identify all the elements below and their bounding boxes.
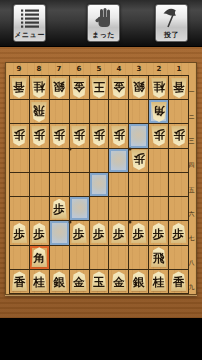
board-cell[interactable]: 香 bbox=[10, 76, 30, 100]
board-cell[interactable]: 玉 bbox=[90, 270, 110, 294]
piece-rook-sente[interactable]: 飛 bbox=[151, 247, 167, 267]
file-label: 5 bbox=[89, 63, 109, 75]
board-cell[interactable] bbox=[149, 173, 169, 197]
board-cell[interactable] bbox=[50, 149, 70, 173]
piece-pawn-gote[interactable]: 歩 bbox=[151, 126, 167, 146]
board-cell[interactable]: 歩 bbox=[30, 124, 50, 148]
rank-label: 二 bbox=[187, 99, 196, 123]
board-cell[interactable]: 歩 bbox=[90, 124, 110, 148]
board-cell[interactable]: 角 bbox=[149, 100, 169, 124]
board-cell[interactable] bbox=[90, 173, 110, 197]
board-cell[interactable]: 桂 bbox=[149, 76, 169, 100]
undo-matta-button-label: まった bbox=[92, 31, 115, 39]
board-cell[interactable]: 飛 bbox=[149, 246, 169, 270]
undo-matta-button[interactable]: まった bbox=[87, 4, 120, 42]
piece-pawn-sente[interactable]: 歩 bbox=[31, 223, 47, 243]
rank-labels: 一二三四五六七八九 bbox=[187, 75, 196, 294]
board-cell[interactable]: 歩 bbox=[10, 124, 30, 148]
rank-label: 八 bbox=[187, 245, 196, 269]
piece-pawn-gote[interactable]: 歩 bbox=[171, 126, 187, 146]
piece-gold-sente[interactable]: 金 bbox=[111, 271, 127, 291]
menu-button[interactable]: メニュー bbox=[13, 4, 46, 42]
piece-pawn-gote[interactable]: 歩 bbox=[131, 150, 147, 170]
board-cell[interactable] bbox=[90, 100, 110, 124]
file-label: 7 bbox=[49, 63, 69, 75]
board-cell[interactable]: 銀 bbox=[129, 270, 149, 294]
board-cell[interactable] bbox=[129, 197, 149, 221]
board-cell[interactable]: 歩 bbox=[70, 124, 90, 148]
board-cell[interactable] bbox=[149, 197, 169, 221]
board-cell[interactable] bbox=[10, 197, 30, 221]
board-cell[interactable]: 歩 bbox=[149, 124, 169, 148]
resign-toryo-button-label: 投了 bbox=[164, 31, 179, 39]
file-label: 9 bbox=[9, 63, 29, 75]
board-cell[interactable] bbox=[10, 173, 30, 197]
shogi-board: 987654321 香桂銀金王金銀桂香飛角歩歩歩歩歩歩歩歩歩歩歩歩歩歩歩歩歩歩角… bbox=[5, 62, 197, 295]
rank-label: 五 bbox=[187, 172, 196, 196]
board-cell[interactable]: 歩 bbox=[70, 221, 90, 245]
board-cell[interactable]: 香 bbox=[10, 270, 30, 294]
board-cell[interactable] bbox=[10, 100, 30, 124]
table-background: 987654321 香桂銀金王金銀桂香飛角歩歩歩歩歩歩歩歩歩歩歩歩歩歩歩歩歩歩角… bbox=[0, 47, 202, 318]
board-cell[interactable] bbox=[50, 100, 70, 124]
piece-pawn-sente[interactable]: 歩 bbox=[11, 223, 27, 243]
board-grid: 香桂銀金王金銀桂香飛角歩歩歩歩歩歩歩歩歩歩歩歩歩歩歩歩歩歩角飛香桂銀金玉金銀桂香 bbox=[9, 75, 189, 294]
file-label: 6 bbox=[69, 63, 89, 75]
board-cell[interactable] bbox=[129, 246, 149, 270]
board-cell[interactable] bbox=[90, 149, 110, 173]
hand-icon bbox=[92, 6, 116, 30]
app-screen: メニュー まった 投了 bbox=[0, 0, 202, 360]
piece-silver-sente[interactable]: 銀 bbox=[131, 271, 147, 291]
board-cell[interactable] bbox=[149, 149, 169, 173]
piece-lance-sente[interactable]: 香 bbox=[171, 271, 187, 291]
piece-rook-gote[interactable]: 飛 bbox=[31, 102, 47, 122]
piece-lance-sente[interactable]: 香 bbox=[11, 271, 27, 291]
file-label: 1 bbox=[169, 63, 189, 75]
board-cell[interactable]: 角 bbox=[30, 246, 50, 270]
piece-pawn-sente[interactable]: 歩 bbox=[171, 223, 187, 243]
piece-lance-gote[interactable]: 香 bbox=[171, 78, 187, 98]
board-cell[interactable]: 歩 bbox=[109, 221, 129, 245]
board-cell[interactable] bbox=[50, 221, 70, 245]
piece-knight-sente[interactable]: 桂 bbox=[31, 271, 47, 291]
piece-pawn-gote[interactable]: 歩 bbox=[71, 126, 87, 146]
flag-icon bbox=[160, 6, 184, 30]
board-cell[interactable]: 歩 bbox=[129, 149, 149, 173]
board-cell[interactable] bbox=[109, 197, 129, 221]
board-cell[interactable]: 桂 bbox=[149, 270, 169, 294]
piece-silver-gote[interactable]: 銀 bbox=[51, 78, 67, 98]
board-cell[interactable]: 歩 bbox=[50, 197, 70, 221]
piece-pawn-sente[interactable]: 歩 bbox=[151, 223, 167, 243]
board-cell[interactable] bbox=[30, 197, 50, 221]
piece-knight-gote[interactable]: 桂 bbox=[151, 78, 167, 98]
board-cell[interactable] bbox=[10, 149, 30, 173]
rank-label: 四 bbox=[187, 148, 196, 172]
board-cell[interactable]: 金 bbox=[70, 270, 90, 294]
piece-knight-sente[interactable]: 桂 bbox=[151, 271, 167, 291]
board-cell[interactable] bbox=[50, 246, 70, 270]
board-cell[interactable] bbox=[109, 173, 129, 197]
piece-silver-sente[interactable]: 銀 bbox=[51, 271, 67, 291]
file-label: 3 bbox=[129, 63, 149, 75]
board-cell[interactable]: 歩 bbox=[109, 124, 129, 148]
board-cell[interactable] bbox=[30, 173, 50, 197]
piece-pawn-gote[interactable]: 歩 bbox=[31, 126, 47, 146]
file-label: 8 bbox=[29, 63, 49, 75]
file-label: 4 bbox=[109, 63, 129, 75]
rank-label: 九 bbox=[187, 270, 196, 294]
piece-silver-gote[interactable]: 銀 bbox=[131, 78, 147, 98]
board-cell[interactable]: 桂 bbox=[30, 76, 50, 100]
piece-bishop-sente[interactable]: 角 bbox=[31, 247, 47, 267]
board-cell[interactable]: 桂 bbox=[30, 270, 50, 294]
board-cell[interactable] bbox=[50, 173, 70, 197]
piece-lance-gote[interactable]: 香 bbox=[11, 78, 27, 98]
board-cell[interactable]: 歩 bbox=[90, 221, 110, 245]
file-labels: 987654321 bbox=[9, 63, 189, 75]
board-cell[interactable] bbox=[70, 197, 90, 221]
piece-gold-gote[interactable]: 金 bbox=[71, 78, 87, 98]
board-cell[interactable]: 歩 bbox=[50, 124, 70, 148]
board-cell[interactable] bbox=[70, 100, 90, 124]
board-cell[interactable]: 銀 bbox=[129, 76, 149, 100]
board-cell[interactable] bbox=[10, 246, 30, 270]
toolbar: メニュー まった 投了 bbox=[0, 0, 202, 47]
board-cell[interactable] bbox=[30, 149, 50, 173]
board-cell[interactable] bbox=[109, 246, 129, 270]
piece-king-gote[interactable]: 王 bbox=[91, 78, 107, 98]
bottom-black-area bbox=[0, 318, 202, 360]
board-cell[interactable] bbox=[70, 173, 90, 197]
piece-pawn-gote[interactable]: 歩 bbox=[51, 126, 67, 146]
piece-pawn-sente[interactable]: 歩 bbox=[111, 223, 127, 243]
piece-gold-gote[interactable]: 金 bbox=[111, 78, 127, 98]
board-cell[interactable] bbox=[70, 149, 90, 173]
board-cell[interactable]: 飛 bbox=[30, 100, 50, 124]
piece-gold-sente[interactable]: 金 bbox=[71, 271, 87, 291]
board-cell[interactable]: 歩 bbox=[129, 221, 149, 245]
board-cell[interactable]: 歩 bbox=[10, 221, 30, 245]
rank-label: 三 bbox=[187, 124, 196, 148]
piece-pawn-gote[interactable]: 歩 bbox=[11, 126, 27, 146]
piece-pawn-sente[interactable]: 歩 bbox=[51, 199, 67, 219]
board-cell[interactable] bbox=[129, 124, 149, 148]
board-cell[interactable] bbox=[129, 173, 149, 197]
board-cell[interactable]: 王 bbox=[90, 76, 110, 100]
piece-pawn-sente[interactable]: 歩 bbox=[131, 223, 147, 243]
resign-toryo-button[interactable]: 投了 bbox=[155, 4, 188, 42]
piece-king-sente[interactable]: 玉 bbox=[91, 271, 107, 291]
board-cell[interactable]: 歩 bbox=[149, 221, 169, 245]
board-cell[interactable] bbox=[129, 100, 149, 124]
piece-bishop-gote[interactable]: 角 bbox=[151, 102, 167, 122]
rank-label: 六 bbox=[187, 197, 196, 221]
board-cell[interactable] bbox=[90, 197, 110, 221]
rank-label: 七 bbox=[187, 221, 196, 245]
menu-list-icon bbox=[18, 6, 42, 30]
piece-knight-gote[interactable]: 桂 bbox=[31, 78, 47, 98]
board-cell[interactable] bbox=[70, 246, 90, 270]
menu-button-label: メニュー bbox=[14, 31, 45, 39]
piece-pawn-sente[interactable]: 歩 bbox=[91, 223, 107, 243]
piece-pawn-gote[interactable]: 歩 bbox=[111, 126, 127, 146]
board-cell[interactable] bbox=[90, 246, 110, 270]
board-cell[interactable] bbox=[109, 149, 129, 173]
board-cell[interactable]: 歩 bbox=[30, 221, 50, 245]
rank-label: 一 bbox=[187, 75, 196, 99]
piece-pawn-gote[interactable]: 歩 bbox=[91, 126, 107, 146]
piece-pawn-sente[interactable]: 歩 bbox=[71, 223, 87, 243]
file-label: 2 bbox=[149, 63, 169, 75]
board-cell[interactable] bbox=[109, 100, 129, 124]
board-cell[interactable]: 銀 bbox=[50, 76, 70, 100]
board-cell[interactable]: 金 bbox=[70, 76, 90, 100]
board-cell[interactable]: 金 bbox=[109, 270, 129, 294]
board-cell[interactable]: 銀 bbox=[50, 270, 70, 294]
board-cell[interactable]: 金 bbox=[109, 76, 129, 100]
